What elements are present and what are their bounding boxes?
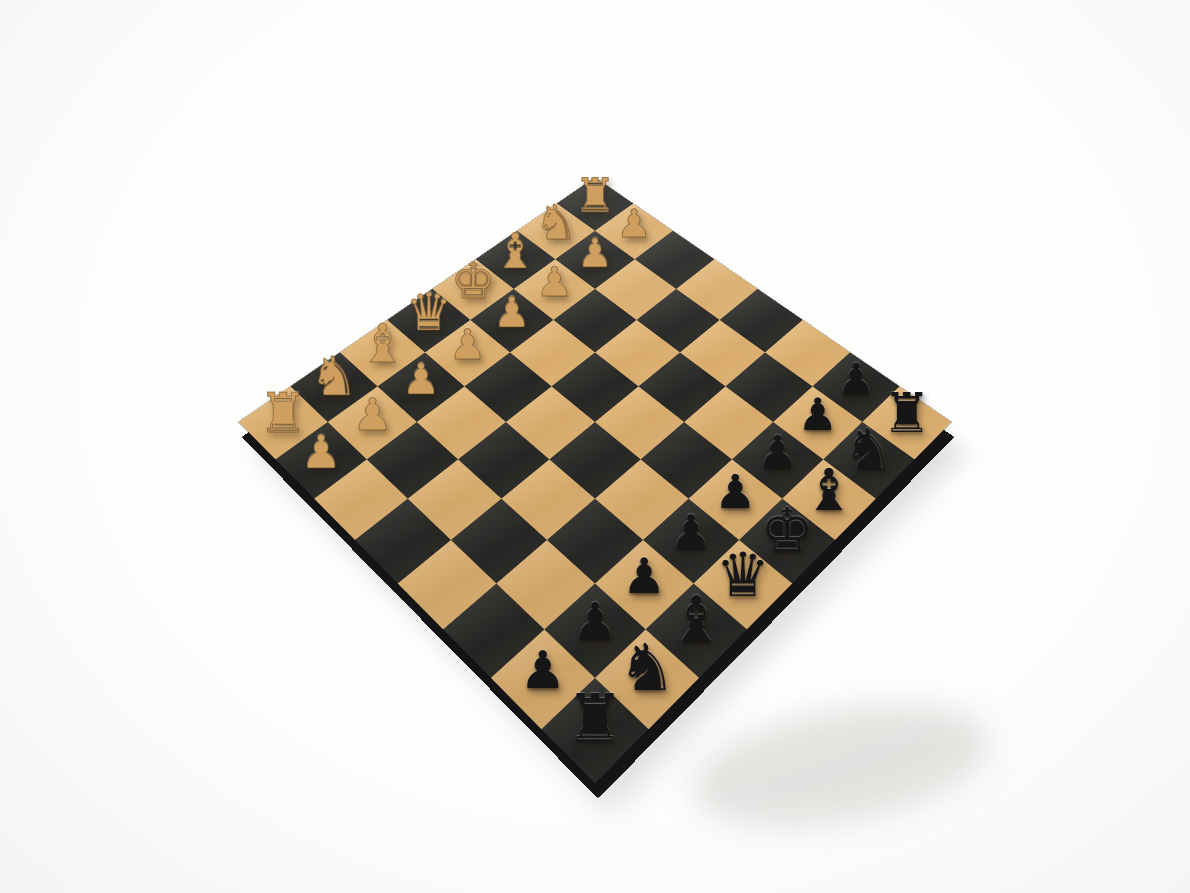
chessboard	[239, 177, 952, 783]
board-cast-shadow	[683, 685, 998, 845]
photo-scene: ♜♞♝♛♚♝♞♜♟♟♟♟♟♟♟♟♟♟♟♟♟♟♟♟♜♞♝♛♚♝♞♜	[0, 0, 1190, 893]
